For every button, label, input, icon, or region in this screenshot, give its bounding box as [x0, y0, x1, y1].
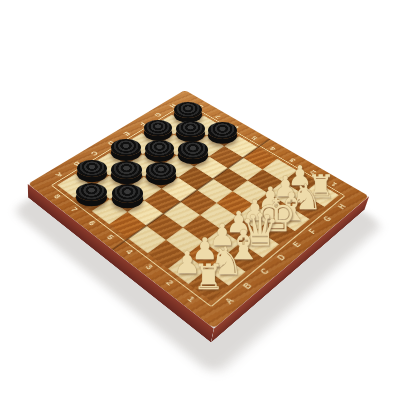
checker-black-f8[interactable] — [144, 120, 172, 137]
checker-black-g7[interactable] — [176, 121, 205, 138]
product-photo-stage: AABBCCDDEEFFGGHH1122334455667788 ♜♞♝♛♚♝♞… — [0, 0, 400, 400]
chess-piece-white-rook-a1[interactable]: ♜ — [191, 259, 226, 294]
checker-black-c7[interactable] — [111, 161, 141, 179]
checker-black-b6[interactable] — [112, 184, 143, 202]
checker-black-d8[interactable] — [111, 139, 140, 156]
checker-black-a7[interactable] — [76, 183, 107, 201]
checker-black-e7[interactable] — [145, 140, 174, 157]
checker-black-h6[interactable] — [208, 122, 237, 139]
checker-black-d6[interactable] — [146, 162, 176, 180]
checker-black-b8[interactable] — [77, 160, 107, 177]
pieces-layer: ♜♞♝♛♚♝♞♜♟♟♟♟♟♟♟♟ — [0, 0, 400, 400]
checker-black-h8[interactable] — [174, 102, 202, 118]
checker-black-f6[interactable] — [178, 141, 207, 158]
